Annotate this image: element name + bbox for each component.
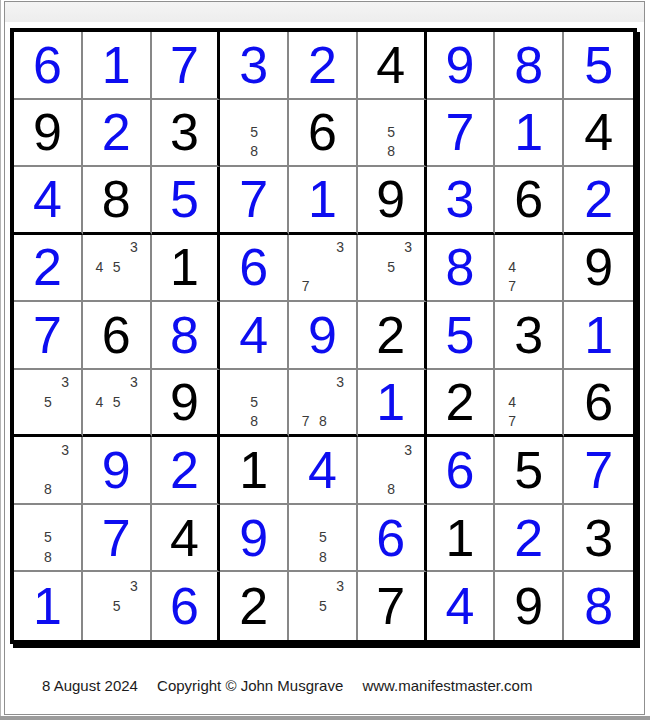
given-digit: 9 bbox=[376, 173, 405, 225]
candidate-marks: 47 bbox=[503, 373, 555, 431]
solved-digit: 2 bbox=[170, 444, 199, 496]
candidate-marks: 345 bbox=[91, 373, 143, 431]
solved-digit: 8 bbox=[446, 241, 475, 293]
given-digit: 6 bbox=[584, 376, 613, 428]
given-digit: 9 bbox=[514, 580, 543, 632]
page-left-edge bbox=[0, 0, 1, 720]
solved-digit: 5 bbox=[584, 39, 613, 91]
candidate-digit: 8 bbox=[246, 142, 263, 162]
cell-r3c6: 9 bbox=[358, 167, 427, 235]
page-bottom-edge bbox=[0, 716, 650, 720]
given-digit: 4 bbox=[376, 39, 405, 91]
cell-r1c4: 3 bbox=[220, 32, 289, 100]
cell-r4c2: 345 bbox=[83, 235, 152, 303]
candidate-marks: 58 bbox=[228, 103, 280, 162]
cell-r7c2: 9 bbox=[83, 437, 152, 505]
cell-r8c9: 3 bbox=[564, 505, 633, 573]
cell-r1c9: 5 bbox=[564, 32, 633, 100]
candidate-digit: 8 bbox=[314, 547, 331, 567]
candidate-digit: 3 bbox=[125, 373, 142, 392]
candidate-digit: 8 bbox=[39, 479, 56, 499]
cell-r6c1: 35 bbox=[14, 370, 83, 438]
cell-r8c3: 4 bbox=[152, 505, 221, 573]
solved-digit: 9 bbox=[239, 512, 268, 564]
header-band bbox=[5, 2, 644, 22]
cell-r7c8: 5 bbox=[495, 437, 564, 505]
given-digit: 9 bbox=[584, 241, 613, 293]
cell-r5c8: 3 bbox=[495, 302, 564, 370]
cell-r2c4: 58 bbox=[220, 100, 289, 168]
candidate-marks: 35 bbox=[366, 238, 417, 297]
solved-digit: 1 bbox=[514, 106, 543, 158]
cell-r2c8: 1 bbox=[495, 100, 564, 168]
cell-r2c1: 9 bbox=[14, 100, 83, 168]
cell-r6c4: 58 bbox=[220, 370, 289, 438]
given-digit: 1 bbox=[446, 512, 475, 564]
solved-digit: 7 bbox=[446, 106, 475, 158]
given-digit: 2 bbox=[376, 309, 405, 361]
candidate-digit: 8 bbox=[39, 547, 56, 567]
candidate-marks: 35 bbox=[91, 575, 143, 636]
candidate-digit: 3 bbox=[400, 440, 417, 460]
given-digit: 4 bbox=[584, 106, 613, 158]
cell-r1c6: 4 bbox=[358, 32, 427, 100]
cell-r4c5: 37 bbox=[289, 235, 358, 303]
cell-r8c1: 58 bbox=[14, 505, 83, 573]
candidate-digit: 4 bbox=[503, 392, 520, 411]
cell-r3c8: 6 bbox=[495, 167, 564, 235]
candidate-digit: 3 bbox=[125, 238, 142, 258]
candidate-marks: 345 bbox=[91, 238, 143, 297]
cell-r5c4: 4 bbox=[220, 302, 289, 370]
solved-digit: 1 bbox=[102, 39, 131, 91]
given-digit: 6 bbox=[102, 309, 131, 361]
solved-digit: 7 bbox=[239, 173, 268, 225]
copyright-text: Copyright © John Musgrave bbox=[157, 677, 343, 694]
cell-r6c9: 6 bbox=[564, 370, 633, 438]
candidate-digit: 8 bbox=[246, 411, 263, 430]
solved-digit: 6 bbox=[376, 512, 405, 564]
cell-r1c7: 9 bbox=[427, 32, 496, 100]
cell-r4c8: 47 bbox=[495, 235, 564, 303]
cell-r2c9: 4 bbox=[564, 100, 633, 168]
cell-r3c4: 7 bbox=[220, 167, 289, 235]
candidate-digit: 7 bbox=[503, 277, 520, 297]
cell-r7c3: 2 bbox=[152, 437, 221, 505]
candidate-digit: 5 bbox=[383, 257, 400, 277]
candidate-digit: 3 bbox=[57, 373, 74, 392]
cell-r8c8: 2 bbox=[495, 505, 564, 573]
cell-r9c3: 6 bbox=[152, 572, 221, 640]
cell-r7c4: 1 bbox=[220, 437, 289, 505]
cell-r3c9: 2 bbox=[564, 167, 633, 235]
cell-r5c9: 1 bbox=[564, 302, 633, 370]
cell-r5c1: 7 bbox=[14, 302, 83, 370]
solved-digit: 9 bbox=[308, 309, 337, 361]
solved-digit: 1 bbox=[584, 309, 613, 361]
solved-digit: 7 bbox=[584, 444, 613, 496]
candidate-digit: 7 bbox=[297, 277, 314, 297]
cell-r2c6: 58 bbox=[358, 100, 427, 168]
date-text: 8 August 2024 bbox=[42, 677, 138, 694]
candidate-digit: 7 bbox=[297, 411, 314, 430]
candidate-digit: 3 bbox=[332, 373, 349, 392]
cell-r6c3: 9 bbox=[152, 370, 221, 438]
candidate-marks: 37 bbox=[297, 238, 349, 297]
cell-r8c2: 7 bbox=[83, 505, 152, 573]
solved-digit: 3 bbox=[446, 173, 475, 225]
cell-r9c1: 1 bbox=[14, 572, 83, 640]
cell-r1c3: 7 bbox=[152, 32, 221, 100]
candidate-digit: 5 bbox=[314, 527, 331, 547]
solved-digit: 4 bbox=[446, 580, 475, 632]
website-text: www.manifestmaster.com bbox=[362, 677, 532, 694]
cell-r2c3: 3 bbox=[152, 100, 221, 168]
candidate-digit: 3 bbox=[125, 575, 142, 595]
cell-r4c3: 1 bbox=[152, 235, 221, 303]
cell-r1c1: 6 bbox=[14, 32, 83, 100]
cell-r5c6: 2 bbox=[358, 302, 427, 370]
cell-r7c6: 38 bbox=[358, 437, 427, 505]
solved-digit: 4 bbox=[308, 444, 337, 496]
cell-r8c4: 9 bbox=[220, 505, 289, 573]
given-digit: 9 bbox=[170, 376, 199, 428]
cell-r4c7: 8 bbox=[427, 235, 496, 303]
given-digit: 4 bbox=[170, 512, 199, 564]
solved-digit: 8 bbox=[170, 309, 199, 361]
given-digit: 6 bbox=[308, 106, 337, 158]
candidate-digit: 5 bbox=[108, 596, 125, 616]
candidate-marks: 378 bbox=[297, 373, 349, 431]
candidate-digit: 5 bbox=[39, 527, 56, 547]
cell-r6c6: 1 bbox=[358, 370, 427, 438]
given-digit: 8 bbox=[102, 173, 131, 225]
given-digit: 7 bbox=[376, 580, 405, 632]
cell-r8c5: 58 bbox=[289, 505, 358, 573]
given-digit: 6 bbox=[514, 173, 543, 225]
candidate-marks: 58 bbox=[366, 103, 417, 162]
solved-digit: 7 bbox=[102, 512, 131, 564]
given-digit: 1 bbox=[239, 444, 268, 496]
candidate-digit: 3 bbox=[400, 238, 417, 258]
cell-r9c9: 8 bbox=[564, 572, 633, 640]
candidate-marks: 58 bbox=[228, 373, 280, 431]
solved-digit: 6 bbox=[33, 39, 62, 91]
solved-digit: 2 bbox=[308, 39, 337, 91]
cell-r7c9: 7 bbox=[564, 437, 633, 505]
candidate-marks: 35 bbox=[22, 373, 74, 431]
sudoku-board: 6173249859235865871448571936223451637358… bbox=[10, 28, 637, 644]
given-digit: 2 bbox=[446, 376, 475, 428]
cell-r2c2: 2 bbox=[83, 100, 152, 168]
given-digit: 1 bbox=[170, 241, 199, 293]
solved-digit: 9 bbox=[102, 444, 131, 496]
cell-r3c3: 5 bbox=[152, 167, 221, 235]
given-digit: 9 bbox=[33, 106, 62, 158]
solved-digit: 2 bbox=[102, 106, 131, 158]
cell-r5c3: 8 bbox=[152, 302, 221, 370]
candidate-marks: 38 bbox=[366, 440, 417, 499]
candidate-digit: 4 bbox=[91, 392, 108, 411]
candidate-digit: 3 bbox=[332, 575, 349, 595]
solved-digit: 1 bbox=[33, 580, 62, 632]
candidate-digit: 3 bbox=[332, 238, 349, 258]
cell-r4c6: 35 bbox=[358, 235, 427, 303]
cell-r9c8: 9 bbox=[495, 572, 564, 640]
solved-digit: 6 bbox=[239, 241, 268, 293]
cell-r6c7: 2 bbox=[427, 370, 496, 438]
solved-digit: 3 bbox=[239, 39, 268, 91]
solved-digit: 2 bbox=[584, 173, 613, 225]
solved-digit: 2 bbox=[514, 512, 543, 564]
cell-r8c6: 6 bbox=[358, 505, 427, 573]
candidate-digit: 5 bbox=[108, 392, 125, 411]
cell-r3c5: 1 bbox=[289, 167, 358, 235]
solved-digit: 4 bbox=[239, 309, 268, 361]
candidate-digit: 5 bbox=[246, 122, 263, 142]
solved-digit: 6 bbox=[446, 444, 475, 496]
cell-r2c5: 6 bbox=[289, 100, 358, 168]
cell-r6c2: 345 bbox=[83, 370, 152, 438]
given-digit: 3 bbox=[584, 512, 613, 564]
cell-r6c5: 378 bbox=[289, 370, 358, 438]
cell-r4c9: 9 bbox=[564, 235, 633, 303]
candidate-digit: 8 bbox=[383, 479, 400, 499]
cell-r9c7: 4 bbox=[427, 572, 496, 640]
solved-digit: 8 bbox=[514, 39, 543, 91]
solved-digit: 7 bbox=[33, 309, 62, 361]
solved-digit: 6 bbox=[170, 580, 199, 632]
cell-r5c2: 6 bbox=[83, 302, 152, 370]
cell-r4c4: 6 bbox=[220, 235, 289, 303]
candidate-digit: 5 bbox=[383, 122, 400, 142]
solved-digit: 5 bbox=[170, 173, 199, 225]
candidate-digit: 7 bbox=[503, 411, 520, 430]
cell-r7c7: 6 bbox=[427, 437, 496, 505]
cell-r9c4: 2 bbox=[220, 572, 289, 640]
candidate-digit: 4 bbox=[503, 257, 520, 277]
candidate-marks: 38 bbox=[22, 440, 74, 499]
solved-digit: 1 bbox=[376, 376, 405, 428]
cell-r3c7: 3 bbox=[427, 167, 496, 235]
cell-r7c1: 38 bbox=[14, 437, 83, 505]
cell-r9c6: 7 bbox=[358, 572, 427, 640]
candidate-marks: 35 bbox=[297, 575, 349, 636]
cell-r9c2: 35 bbox=[83, 572, 152, 640]
cell-r6c8: 47 bbox=[495, 370, 564, 438]
cell-r3c2: 8 bbox=[83, 167, 152, 235]
solved-digit: 1 bbox=[308, 173, 337, 225]
cell-r1c8: 8 bbox=[495, 32, 564, 100]
given-digit: 5 bbox=[514, 444, 543, 496]
solved-digit: 4 bbox=[33, 173, 62, 225]
given-digit: 3 bbox=[170, 106, 199, 158]
candidate-digit: 5 bbox=[108, 257, 125, 277]
candidate-digit: 5 bbox=[314, 596, 331, 616]
candidate-digit: 4 bbox=[91, 257, 108, 277]
cell-r4c1: 2 bbox=[14, 235, 83, 303]
cell-r5c7: 5 bbox=[427, 302, 496, 370]
cell-r8c7: 1 bbox=[427, 505, 496, 573]
solved-digit: 7 bbox=[170, 39, 199, 91]
cell-r1c5: 2 bbox=[289, 32, 358, 100]
candidate-marks: 47 bbox=[503, 238, 555, 297]
cell-r5c5: 9 bbox=[289, 302, 358, 370]
candidate-digit: 8 bbox=[314, 411, 331, 430]
cell-r9c5: 35 bbox=[289, 572, 358, 640]
cell-r7c5: 4 bbox=[289, 437, 358, 505]
solved-digit: 8 bbox=[584, 580, 613, 632]
solved-digit: 2 bbox=[33, 241, 62, 293]
solved-digit: 5 bbox=[446, 309, 475, 361]
given-digit: 3 bbox=[514, 309, 543, 361]
candidate-digit: 5 bbox=[39, 392, 56, 411]
candidate-marks: 58 bbox=[297, 508, 349, 567]
given-digit: 2 bbox=[239, 580, 268, 632]
candidate-marks: 58 bbox=[22, 508, 74, 567]
candidate-digit: 3 bbox=[57, 440, 74, 460]
solved-digit: 9 bbox=[446, 39, 475, 91]
footer: 8 August 2024 Copyright © John Musgrave … bbox=[42, 677, 532, 694]
candidate-digit: 5 bbox=[246, 392, 263, 411]
cell-r1c2: 1 bbox=[83, 32, 152, 100]
candidate-digit: 8 bbox=[383, 142, 400, 162]
cell-r2c7: 7 bbox=[427, 100, 496, 168]
cell-r3c1: 4 bbox=[14, 167, 83, 235]
